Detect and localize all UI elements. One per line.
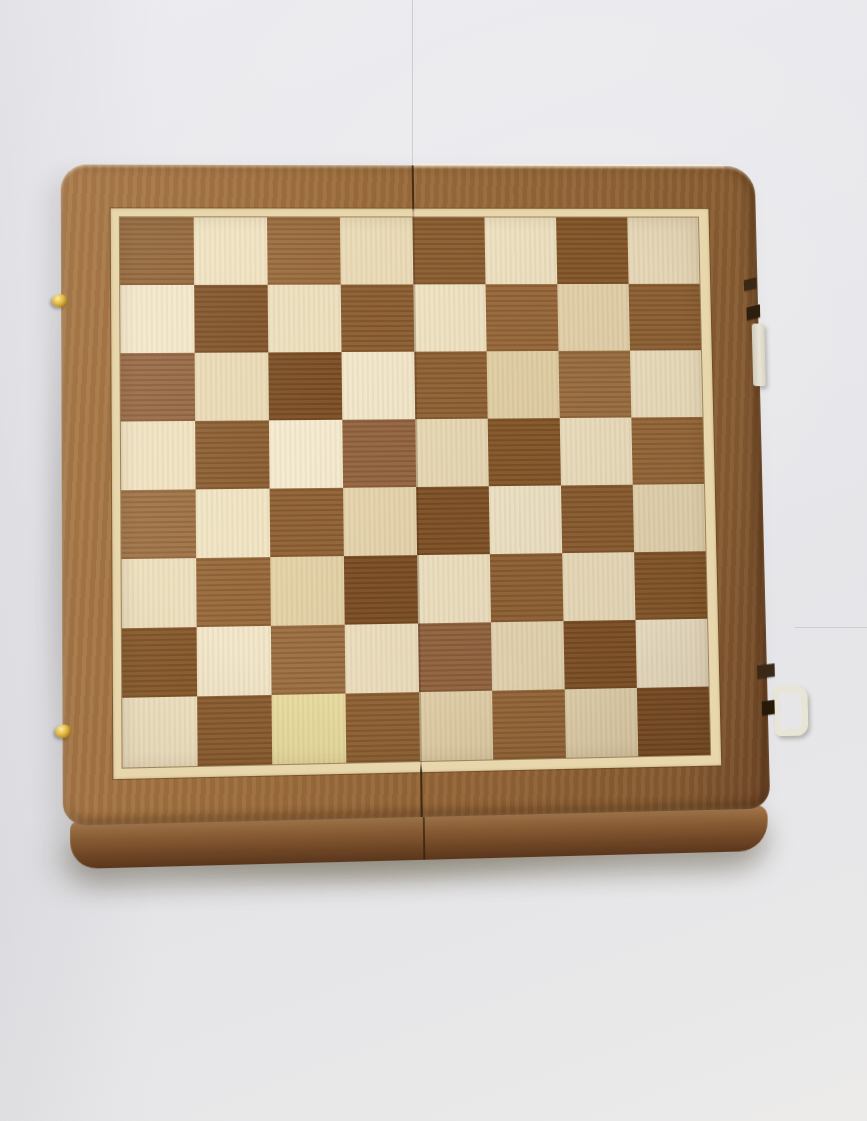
square-d7 bbox=[341, 284, 415, 352]
square-c6 bbox=[268, 352, 342, 420]
square-f2 bbox=[491, 621, 565, 691]
square-d1 bbox=[345, 692, 419, 763]
square-g5 bbox=[560, 417, 633, 485]
square-h2 bbox=[635, 619, 708, 688]
brass-hinge-pin-top bbox=[52, 294, 67, 307]
square-a7 bbox=[120, 285, 194, 353]
square-h5 bbox=[631, 417, 704, 485]
square-b7 bbox=[194, 285, 268, 353]
square-e3 bbox=[417, 554, 491, 623]
square-d5 bbox=[342, 419, 416, 488]
square-h7 bbox=[629, 284, 701, 351]
square-g2 bbox=[563, 620, 636, 689]
square-e2 bbox=[418, 622, 492, 692]
square-f5 bbox=[488, 418, 561, 486]
square-f7 bbox=[486, 284, 559, 351]
latch-hook-icon bbox=[757, 663, 775, 678]
square-f4 bbox=[489, 485, 562, 554]
square-b4 bbox=[196, 489, 271, 559]
square-e7 bbox=[413, 284, 486, 351]
latch-ivory-loop bbox=[774, 686, 808, 737]
square-d4 bbox=[343, 487, 417, 556]
fold-step-highlight bbox=[413, 163, 725, 169]
square-e4 bbox=[416, 486, 490, 555]
square-a2 bbox=[122, 627, 197, 698]
square-e8 bbox=[412, 217, 485, 284]
latch-hook-icon bbox=[744, 277, 757, 291]
square-a8 bbox=[120, 217, 194, 285]
square-b3 bbox=[196, 557, 271, 627]
square-f1 bbox=[492, 689, 566, 759]
square-g7 bbox=[557, 284, 630, 351]
square-b6 bbox=[195, 352, 269, 421]
square-c8 bbox=[267, 217, 341, 284]
square-b2 bbox=[197, 626, 272, 697]
background-seam-horizontal bbox=[795, 627, 867, 628]
square-e6 bbox=[414, 351, 487, 419]
square-a5 bbox=[121, 421, 196, 490]
latch-clasp-top bbox=[742, 279, 772, 388]
square-h8 bbox=[627, 218, 699, 284]
square-g3 bbox=[562, 552, 635, 621]
square-a6 bbox=[121, 353, 196, 422]
square-d6 bbox=[341, 352, 415, 420]
square-g8 bbox=[556, 217, 629, 284]
folding-chess-board-box bbox=[61, 164, 772, 875]
square-a3 bbox=[122, 558, 197, 628]
square-e5 bbox=[415, 419, 489, 487]
latch-clasp-bottom bbox=[757, 660, 814, 747]
brass-hinge-pin-bottom bbox=[55, 724, 71, 738]
latch-hook-icon bbox=[746, 304, 760, 320]
maple-border bbox=[111, 208, 722, 779]
square-g1 bbox=[565, 688, 639, 758]
square-e1 bbox=[419, 691, 493, 761]
square-c3 bbox=[270, 556, 344, 626]
square-d8 bbox=[340, 217, 413, 284]
square-d2 bbox=[345, 623, 419, 693]
square-c2 bbox=[271, 625, 346, 695]
background-seam-vertical bbox=[412, 0, 413, 170]
square-a1 bbox=[122, 696, 197, 767]
square-h1 bbox=[637, 687, 710, 757]
square-f6 bbox=[487, 351, 560, 419]
square-d3 bbox=[344, 555, 418, 625]
square-c1 bbox=[272, 694, 347, 765]
square-c7 bbox=[268, 285, 342, 353]
square-g6 bbox=[558, 351, 631, 418]
square-h3 bbox=[634, 551, 707, 620]
square-f3 bbox=[490, 553, 564, 622]
photo-scene bbox=[0, 0, 867, 1121]
square-g4 bbox=[561, 485, 634, 553]
square-b5 bbox=[195, 420, 269, 489]
square-h4 bbox=[633, 484, 706, 552]
square-h6 bbox=[630, 350, 703, 417]
square-f8 bbox=[484, 217, 557, 284]
square-b1 bbox=[197, 695, 272, 766]
latch-ivory-bar bbox=[752, 324, 766, 387]
square-a4 bbox=[121, 489, 196, 559]
square-b8 bbox=[194, 217, 268, 285]
square-c4 bbox=[270, 488, 344, 557]
chess-board-frame bbox=[61, 164, 771, 825]
square-c5 bbox=[269, 420, 343, 489]
board-grid bbox=[120, 217, 710, 767]
